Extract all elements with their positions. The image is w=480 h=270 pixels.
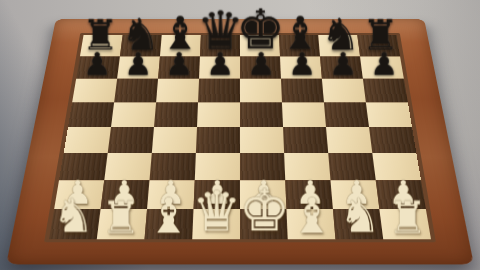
square-f5[interactable] bbox=[282, 102, 326, 127]
black-pawn[interactable]: ♟ bbox=[123, 49, 151, 79]
square-f1[interactable]: ♝ bbox=[286, 209, 335, 239]
square-a1[interactable]: ♞ bbox=[49, 209, 101, 239]
square-b4[interactable] bbox=[108, 127, 154, 153]
square-d4[interactable] bbox=[196, 127, 240, 153]
photo-scene: ♜♞♝♛♚♝♞♜♟♟♟♟♟♟♟♟♟♟♟♟♟♟♟♟♞♜♝♛♚♝♞♜ bbox=[0, 0, 480, 270]
black-pawn[interactable]: ♟ bbox=[82, 49, 110, 79]
square-h7[interactable]: ♟ bbox=[360, 56, 404, 78]
black-pawn[interactable]: ♟ bbox=[328, 49, 356, 79]
square-c7[interactable]: ♟ bbox=[158, 56, 200, 78]
square-e5[interactable] bbox=[240, 102, 283, 127]
white-rook[interactable]: ♜ bbox=[101, 197, 141, 239]
square-h5[interactable] bbox=[366, 102, 412, 127]
square-a7[interactable]: ♟ bbox=[76, 56, 120, 78]
square-d7[interactable]: ♟ bbox=[199, 56, 240, 78]
square-g6[interactable] bbox=[322, 79, 366, 102]
square-c6[interactable] bbox=[156, 79, 199, 102]
white-knight[interactable]: ♞ bbox=[338, 194, 380, 238]
square-b1[interactable]: ♜ bbox=[97, 209, 147, 239]
square-d6[interactable] bbox=[198, 79, 240, 102]
square-a5[interactable] bbox=[68, 102, 114, 127]
white-bishop[interactable]: ♝ bbox=[146, 192, 190, 238]
square-d5[interactable] bbox=[197, 102, 240, 127]
white-queen[interactable]: ♛ bbox=[191, 186, 241, 239]
square-b5[interactable] bbox=[111, 102, 156, 127]
black-pawn[interactable]: ♟ bbox=[287, 49, 315, 79]
white-rook[interactable]: ♜ bbox=[387, 197, 427, 239]
square-a6[interactable] bbox=[72, 79, 117, 102]
square-h4[interactable] bbox=[369, 127, 416, 153]
black-pawn[interactable]: ♟ bbox=[369, 49, 397, 79]
black-pawn[interactable]: ♟ bbox=[164, 49, 192, 79]
square-b6[interactable] bbox=[114, 79, 158, 102]
white-king[interactable]: ♚ bbox=[238, 184, 290, 239]
white-knight[interactable]: ♞ bbox=[52, 194, 94, 238]
black-pawn[interactable]: ♟ bbox=[246, 49, 274, 79]
black-pawn[interactable]: ♟ bbox=[205, 49, 233, 79]
square-g1[interactable]: ♞ bbox=[333, 209, 383, 239]
square-c5[interactable] bbox=[154, 102, 198, 127]
square-c4[interactable] bbox=[152, 127, 197, 153]
square-g7[interactable]: ♟ bbox=[320, 56, 363, 78]
square-h6[interactable] bbox=[363, 79, 408, 102]
square-f7[interactable]: ♟ bbox=[280, 56, 322, 78]
square-h1[interactable]: ♜ bbox=[379, 209, 431, 239]
square-g5[interactable] bbox=[324, 102, 369, 127]
square-d1[interactable]: ♛ bbox=[192, 209, 240, 239]
chess-board: ♜♞♝♛♚♝♞♜♟♟♟♟♟♟♟♟♟♟♟♟♟♟♟♟♞♜♝♛♚♝♞♜ bbox=[49, 35, 431, 239]
chess-board-frame: ♜♞♝♛♚♝♞♜♟♟♟♟♟♟♟♟♟♟♟♟♟♟♟♟♞♜♝♛♚♝♞♜ bbox=[6, 19, 474, 265]
square-e1[interactable]: ♚ bbox=[240, 209, 288, 239]
square-a4[interactable] bbox=[64, 127, 111, 153]
square-f4[interactable] bbox=[283, 127, 328, 153]
square-c1[interactable]: ♝ bbox=[145, 209, 194, 239]
square-e6[interactable] bbox=[240, 79, 282, 102]
white-bishop[interactable]: ♝ bbox=[290, 192, 334, 238]
square-f6[interactable] bbox=[281, 79, 324, 102]
square-e7[interactable]: ♟ bbox=[240, 56, 281, 78]
square-g4[interactable] bbox=[326, 127, 372, 153]
square-b7[interactable]: ♟ bbox=[117, 56, 160, 78]
square-e4[interactable] bbox=[240, 127, 284, 153]
board-inner-border: ♜♞♝♛♚♝♞♜♟♟♟♟♟♟♟♟♟♟♟♟♟♟♟♟♞♜♝♛♚♝♞♜ bbox=[44, 33, 436, 242]
